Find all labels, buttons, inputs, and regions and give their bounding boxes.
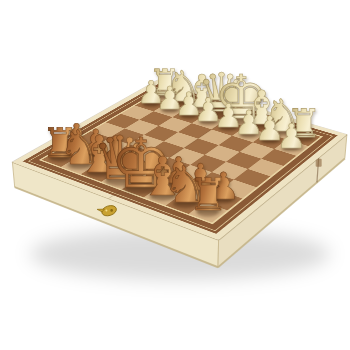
product-photo: ♜♞♝♛♚♝♞♜♟♟♟♟♟♟♟♟♟♟♟♟♟♟♟♟♜♞♝♛♚♝♞♜ (0, 0, 350, 350)
black-rook-glyph: ♜ (188, 174, 228, 219)
pieces-layer: ♜♞♝♛♚♝♞♜♟♟♟♟♟♟♟♟♟♟♟♟♟♟♟♟♜♞♝♛♚♝♞♜ (0, 0, 350, 350)
white-pawn-glyph: ♟ (276, 118, 306, 152)
